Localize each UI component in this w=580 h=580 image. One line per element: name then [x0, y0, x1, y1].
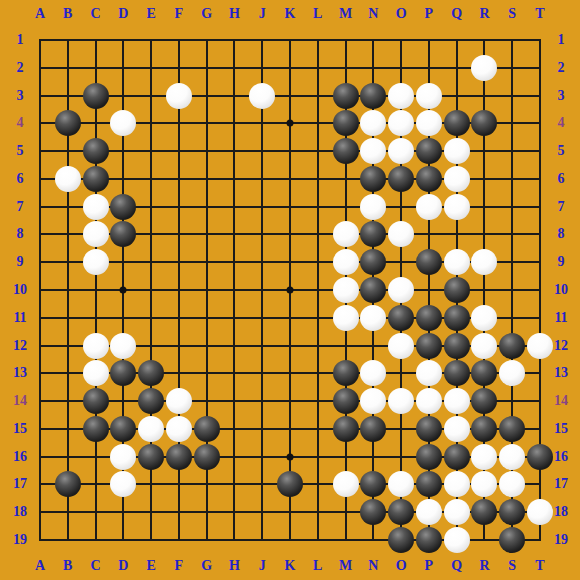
black-stone[interactable] — [416, 305, 442, 331]
black-stone[interactable] — [444, 444, 470, 470]
black-stone[interactable] — [527, 444, 553, 470]
col-label-bottom: K — [285, 559, 296, 573]
white-stone[interactable] — [527, 333, 553, 359]
row-label-left: 9 — [17, 255, 24, 269]
row-label-right: 3 — [558, 89, 565, 103]
white-stone[interactable] — [499, 360, 525, 386]
white-stone[interactable] — [444, 166, 470, 192]
row-label-left: 5 — [17, 144, 24, 158]
row-label-right: 6 — [558, 172, 565, 186]
white-stone[interactable] — [138, 416, 164, 442]
col-label-bottom: M — [339, 559, 352, 573]
black-stone[interactable] — [110, 416, 136, 442]
white-stone[interactable] — [83, 221, 109, 247]
white-stone[interactable] — [444, 527, 470, 553]
black-stone[interactable] — [83, 416, 109, 442]
black-stone[interactable] — [471, 388, 497, 414]
col-label-top: B — [63, 7, 72, 21]
black-stone[interactable] — [444, 277, 470, 303]
col-label-bottom: T — [535, 559, 544, 573]
col-label-top: F — [175, 7, 184, 21]
white-stone[interactable] — [444, 388, 470, 414]
black-stone[interactable] — [416, 166, 442, 192]
white-stone[interactable] — [388, 83, 414, 109]
black-stone[interactable] — [55, 471, 81, 497]
col-label-top: D — [118, 7, 128, 21]
black-stone[interactable] — [333, 388, 359, 414]
col-label-bottom: L — [313, 559, 322, 573]
col-label-bottom: G — [201, 559, 212, 573]
white-stone[interactable] — [83, 249, 109, 275]
row-label-right: 13 — [554, 366, 568, 380]
col-label-top: H — [229, 7, 240, 21]
black-stone[interactable] — [499, 333, 525, 359]
white-stone[interactable] — [110, 110, 136, 136]
col-label-top: S — [508, 7, 516, 21]
col-label-bottom: B — [63, 559, 72, 573]
white-stone[interactable] — [388, 471, 414, 497]
white-stone[interactable] — [333, 277, 359, 303]
white-stone[interactable] — [83, 360, 109, 386]
row-label-right: 10 — [554, 283, 568, 297]
col-label-bottom: R — [479, 559, 489, 573]
row-label-right: 5 — [558, 144, 565, 158]
row-label-left: 14 — [13, 394, 27, 408]
white-stone[interactable] — [499, 444, 525, 470]
black-stone[interactable] — [416, 527, 442, 553]
row-label-left: 2 — [17, 61, 24, 75]
black-stone[interactable] — [444, 110, 470, 136]
col-label-top: P — [425, 7, 434, 21]
white-stone[interactable] — [499, 471, 525, 497]
white-stone[interactable] — [388, 277, 414, 303]
black-stone[interactable] — [388, 499, 414, 525]
white-stone[interactable] — [471, 333, 497, 359]
white-stone[interactable] — [360, 110, 386, 136]
white-stone[interactable] — [166, 83, 192, 109]
col-label-bottom: E — [146, 559, 155, 573]
white-stone[interactable] — [444, 471, 470, 497]
white-stone[interactable] — [110, 444, 136, 470]
col-label-bottom: Q — [451, 559, 462, 573]
row-label-right: 12 — [554, 339, 568, 353]
row-label-right: 4 — [558, 116, 565, 130]
black-stone[interactable] — [83, 388, 109, 414]
white-stone[interactable] — [471, 471, 497, 497]
row-label-left: 6 — [17, 172, 24, 186]
row-label-left: 15 — [13, 422, 27, 436]
black-stone[interactable] — [416, 138, 442, 164]
black-stone[interactable] — [360, 83, 386, 109]
white-stone[interactable] — [360, 194, 386, 220]
white-stone[interactable] — [333, 471, 359, 497]
black-stone[interactable] — [333, 83, 359, 109]
white-stone[interactable] — [333, 305, 359, 331]
black-stone[interactable] — [416, 416, 442, 442]
black-stone[interactable] — [416, 333, 442, 359]
white-stone[interactable] — [471, 249, 497, 275]
white-stone[interactable] — [471, 305, 497, 331]
row-label-left: 10 — [13, 283, 27, 297]
white-stone[interactable] — [444, 499, 470, 525]
col-label-bottom: S — [508, 559, 516, 573]
black-stone[interactable] — [83, 138, 109, 164]
white-stone[interactable] — [333, 221, 359, 247]
col-label-top: L — [313, 7, 322, 21]
black-stone[interactable] — [360, 471, 386, 497]
row-label-right: 7 — [558, 200, 565, 214]
black-stone[interactable] — [444, 360, 470, 386]
black-stone[interactable] — [110, 194, 136, 220]
col-label-bottom: N — [368, 559, 378, 573]
black-stone[interactable] — [333, 110, 359, 136]
row-label-right: 17 — [554, 477, 568, 491]
white-stone[interactable] — [388, 333, 414, 359]
white-stone[interactable] — [388, 388, 414, 414]
black-stone[interactable] — [360, 277, 386, 303]
col-label-bottom: D — [118, 559, 128, 573]
black-stone[interactable] — [388, 305, 414, 331]
row-label-left: 4 — [17, 116, 24, 130]
white-stone[interactable] — [110, 471, 136, 497]
black-stone[interactable] — [110, 221, 136, 247]
white-stone[interactable] — [166, 416, 192, 442]
row-label-left: 1 — [17, 33, 24, 47]
white-stone[interactable] — [416, 194, 442, 220]
star-point — [120, 287, 127, 294]
row-label-right: 19 — [554, 533, 568, 547]
col-label-top: E — [146, 7, 155, 21]
white-stone[interactable] — [388, 138, 414, 164]
white-stone[interactable] — [416, 499, 442, 525]
row-label-right: 14 — [554, 394, 568, 408]
row-label-left: 13 — [13, 366, 27, 380]
col-label-bottom: F — [175, 559, 184, 573]
black-stone[interactable] — [416, 249, 442, 275]
row-label-right: 11 — [554, 311, 567, 325]
col-label-top: J — [259, 7, 266, 21]
white-stone[interactable] — [388, 110, 414, 136]
black-stone[interactable] — [444, 333, 470, 359]
black-stone[interactable] — [138, 444, 164, 470]
row-label-right: 9 — [558, 255, 565, 269]
col-label-top: O — [396, 7, 407, 21]
white-stone[interactable] — [360, 305, 386, 331]
star-point — [287, 287, 294, 294]
white-stone[interactable] — [166, 388, 192, 414]
black-stone[interactable] — [471, 360, 497, 386]
black-stone[interactable] — [499, 416, 525, 442]
white-stone[interactable] — [83, 194, 109, 220]
white-stone[interactable] — [83, 333, 109, 359]
col-label-top: G — [201, 7, 212, 21]
row-label-left: 8 — [17, 227, 24, 241]
row-label-left: 3 — [17, 89, 24, 103]
black-stone[interactable] — [360, 166, 386, 192]
white-stone[interactable] — [55, 166, 81, 192]
black-stone[interactable] — [277, 471, 303, 497]
black-stone[interactable] — [110, 360, 136, 386]
col-label-bottom: P — [425, 559, 434, 573]
black-stone[interactable] — [166, 444, 192, 470]
col-label-bottom: A — [35, 559, 45, 573]
white-stone[interactable] — [471, 55, 497, 81]
star-point — [287, 453, 294, 460]
black-stone[interactable] — [499, 499, 525, 525]
black-stone[interactable] — [333, 138, 359, 164]
black-stone[interactable] — [194, 444, 220, 470]
white-stone[interactable] — [527, 499, 553, 525]
black-stone[interactable] — [360, 499, 386, 525]
white-stone[interactable] — [360, 388, 386, 414]
black-stone[interactable] — [416, 471, 442, 497]
white-stone[interactable] — [360, 138, 386, 164]
black-stone[interactable] — [444, 305, 470, 331]
star-point — [287, 120, 294, 127]
row-label-left: 11 — [13, 311, 26, 325]
white-stone[interactable] — [416, 360, 442, 386]
black-stone[interactable] — [471, 499, 497, 525]
row-label-left: 19 — [13, 533, 27, 547]
white-stone[interactable] — [388, 221, 414, 247]
row-label-right: 18 — [554, 505, 568, 519]
black-stone[interactable] — [138, 360, 164, 386]
go-board-screen: AABBCCDDEEFFGGHHJJKKLLMMNNOOPPQQRRSSTT11… — [0, 0, 580, 580]
black-stone[interactable] — [499, 527, 525, 553]
col-label-top: Q — [451, 7, 462, 21]
col-label-top: K — [285, 7, 296, 21]
black-stone[interactable] — [333, 360, 359, 386]
white-stone[interactable] — [471, 444, 497, 470]
white-stone[interactable] — [249, 83, 275, 109]
col-label-top: R — [479, 7, 489, 21]
black-stone[interactable] — [194, 416, 220, 442]
row-label-right: 16 — [554, 450, 568, 464]
black-stone[interactable] — [83, 83, 109, 109]
row-label-right: 2 — [558, 61, 565, 75]
black-stone[interactable] — [360, 416, 386, 442]
col-label-top: A — [35, 7, 45, 21]
col-label-bottom: H — [229, 559, 240, 573]
white-stone[interactable] — [416, 83, 442, 109]
white-stone[interactable] — [110, 333, 136, 359]
row-label-right: 15 — [554, 422, 568, 436]
col-label-top: C — [90, 7, 100, 21]
white-stone[interactable] — [444, 249, 470, 275]
col-label-top: N — [368, 7, 378, 21]
col-label-bottom: O — [396, 559, 407, 573]
white-stone[interactable] — [360, 360, 386, 386]
white-stone[interactable] — [444, 138, 470, 164]
row-label-right: 1 — [558, 33, 565, 47]
black-stone[interactable] — [83, 166, 109, 192]
black-stone[interactable] — [55, 110, 81, 136]
col-label-bottom: C — [90, 559, 100, 573]
black-stone[interactable] — [360, 221, 386, 247]
row-label-left: 12 — [13, 339, 27, 353]
col-label-bottom: J — [259, 559, 266, 573]
black-stone[interactable] — [416, 444, 442, 470]
black-stone[interactable] — [138, 388, 164, 414]
white-stone[interactable] — [416, 110, 442, 136]
row-label-right: 8 — [558, 227, 565, 241]
col-label-top: M — [339, 7, 352, 21]
black-stone[interactable] — [471, 110, 497, 136]
white-stone[interactable] — [333, 249, 359, 275]
black-stone[interactable] — [333, 416, 359, 442]
white-stone[interactable] — [444, 194, 470, 220]
black-stone[interactable] — [388, 166, 414, 192]
white-stone[interactable] — [416, 388, 442, 414]
row-label-left: 7 — [17, 200, 24, 214]
black-stone[interactable] — [471, 416, 497, 442]
white-stone[interactable] — [444, 416, 470, 442]
col-label-top: T — [535, 7, 544, 21]
row-label-left: 18 — [13, 505, 27, 519]
black-stone[interactable] — [388, 527, 414, 553]
row-label-left: 17 — [13, 477, 27, 491]
black-stone[interactable] — [360, 249, 386, 275]
row-label-left: 16 — [13, 450, 27, 464]
